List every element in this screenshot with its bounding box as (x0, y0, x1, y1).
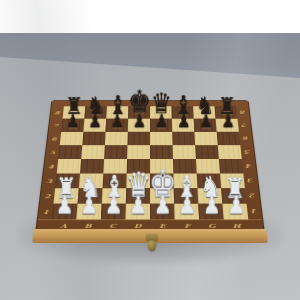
square-e4 (150, 159, 173, 173)
square-f8: ♝ (172, 106, 194, 119)
square-e6 (150, 132, 173, 145)
square-a4 (57, 159, 81, 173)
square-f1: ♟ (174, 204, 199, 220)
square-e1: ♟ (150, 204, 175, 220)
square-d1: ♟ (125, 204, 150, 220)
square-g6 (194, 132, 217, 145)
piece-wp-e1: ♟ (153, 194, 171, 219)
square-a3 (55, 173, 80, 188)
square-h3 (220, 173, 245, 188)
square-b5 (81, 145, 105, 159)
square-b3 (79, 173, 104, 188)
square-g5 (195, 145, 219, 159)
square-c4 (103, 159, 127, 173)
square-a5 (58, 145, 82, 159)
rank-label-right-2: 2 (245, 188, 260, 203)
square-f3 (173, 173, 197, 188)
piece-wp-a1: ♟ (55, 194, 73, 219)
rank-label-right-1: 1 (247, 204, 263, 220)
square-d4 (127, 159, 150, 173)
square-h1: ♟ (222, 204, 248, 220)
rank-label-right-4: 4 (242, 159, 257, 173)
square-b7: ♟ (83, 119, 106, 132)
square-h5 (218, 145, 242, 159)
piece-wp-g1: ♟ (202, 194, 220, 219)
square-f4 (173, 159, 197, 173)
square-g8: ♞ (193, 106, 216, 119)
square-h2: ♜ (221, 188, 246, 203)
square-a8: ♜ (63, 106, 86, 119)
square-f2: ♝ (174, 188, 199, 203)
square-c8: ♝ (106, 106, 128, 119)
piece-wb-f2: ♝ (175, 172, 197, 202)
square-e7: ♟ (150, 119, 172, 132)
square-g4 (196, 159, 220, 173)
piece-wk-e2: ♚ (148, 165, 176, 203)
square-d7: ♟ (128, 119, 150, 132)
square-g1: ♟ (198, 204, 223, 220)
square-h8: ♜ (215, 106, 238, 119)
square-f6 (172, 132, 195, 145)
square-b4 (80, 159, 104, 173)
square-b6 (82, 132, 105, 145)
square-c2: ♝ (102, 188, 127, 203)
rank-label-right-7: 7 (237, 119, 251, 132)
square-c1: ♟ (101, 204, 126, 220)
square-e3 (150, 173, 174, 188)
square-d5 (127, 145, 150, 159)
square-b1: ♟ (76, 204, 101, 220)
square-d6 (127, 132, 150, 145)
product-photo-scene: 8♜♞♝♚♛♝♞♜87♟♟♟♟♟♟♟♟7665544332♜♞♝♛♚♝♞♜21♟… (0, 0, 300, 300)
square-b8: ♞ (84, 106, 107, 119)
square-d8: ♚ (128, 106, 150, 119)
rank-label-right-3: 3 (243, 173, 258, 188)
square-e2: ♚ (150, 188, 174, 203)
square-h7: ♟ (216, 119, 239, 132)
square-c3 (103, 173, 127, 188)
rank-label-right-6: 6 (239, 132, 253, 145)
square-f5 (173, 145, 196, 159)
piece-wb-c2: ♝ (103, 172, 125, 202)
square-a2: ♜ (53, 188, 78, 203)
piece-wn-g2: ♞ (199, 173, 221, 202)
rank-label-right-8: 8 (236, 106, 250, 119)
square-e8: ♛ (150, 106, 172, 119)
square-c6 (105, 132, 128, 145)
piece-wn-b2: ♞ (79, 173, 101, 202)
square-c7: ♟ (106, 119, 129, 132)
piece-wp-f1: ♟ (178, 194, 196, 219)
square-b2: ♞ (78, 188, 103, 203)
square-c5 (104, 145, 127, 159)
square-e5 (150, 145, 173, 159)
piece-wp-d1: ♟ (129, 194, 147, 219)
square-a6 (60, 132, 84, 145)
piece-wp-b1: ♟ (80, 194, 98, 219)
rank-label-right-5: 5 (240, 145, 254, 159)
square-h6 (217, 132, 241, 145)
piece-wp-c1: ♟ (104, 194, 122, 219)
square-g2: ♞ (197, 188, 222, 203)
square-a7: ♟ (61, 119, 84, 132)
square-a1: ♟ (52, 204, 78, 220)
rank-label-left-6: 6 (47, 132, 61, 145)
piece-wp-h1: ♟ (227, 194, 245, 219)
square-g7: ♟ (194, 119, 217, 132)
square-d3 (126, 173, 150, 188)
square-f7: ♟ (172, 119, 195, 132)
square-h4 (219, 159, 243, 173)
chess-board: 8♜♞♝♚♛♝♞♜87♟♟♟♟♟♟♟♟7665544332♜♞♝♛♚♝♞♜21♟… (36, 101, 263, 231)
square-g3 (197, 173, 222, 188)
square-d2: ♛ (126, 188, 150, 203)
